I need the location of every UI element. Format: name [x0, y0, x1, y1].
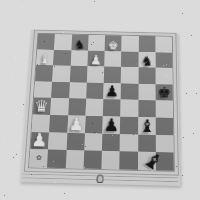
square-c6: [69, 66, 87, 83]
square-a8: [37, 34, 55, 50]
white-bishop-a7: ♝: [39, 52, 51, 65]
square-f4: [120, 100, 138, 117]
square-b3: [49, 115, 68, 133]
square-b2: [48, 132, 67, 150]
square-g1: ♝: [138, 152, 156, 170]
square-g8: [138, 36, 155, 52]
square-f7: [121, 51, 138, 67]
square-d5: [86, 82, 104, 99]
board-corner-logo-icon: ✿: [36, 155, 42, 162]
square-h8: [155, 36, 172, 52]
square-c8: ♞: [71, 34, 88, 50]
square-h7: [155, 52, 172, 68]
square-d2: [84, 133, 102, 151]
square-d6: [87, 66, 105, 83]
black-pawn-e5: ♟: [105, 84, 119, 100]
square-e8: ♚: [105, 35, 122, 51]
square-g7: ♞: [138, 52, 155, 68]
black-knight-g7: ♞: [141, 54, 153, 67]
square-a7: ♝: [36, 49, 54, 65]
square-a4: ♛: [33, 98, 51, 115]
square-e2: [102, 133, 120, 151]
square-b1: [47, 150, 66, 168]
square-d4: [85, 99, 103, 116]
black-knight-c8: ♞: [74, 38, 85, 50]
board-perspective-wrap: ♞♚♝♟♞♟♚♛♟♟♝♟✿♝: [10, 6, 190, 192]
black-pawn-e3: ♟: [103, 116, 119, 134]
square-b6: [52, 65, 70, 82]
square-c7: [70, 50, 88, 66]
chess-photo-scene: ♞♚♝♟♞♟♚♛♟♟♝♟✿♝: [0, 0, 200, 200]
white-pawn-c3: ♟: [68, 115, 84, 133]
square-h5: ♚: [155, 84, 172, 101]
white-pawn-d7: ♟: [90, 53, 102, 66]
square-f3: [120, 117, 138, 135]
square-e1: [101, 151, 119, 169]
black-bishop-g3: ♝: [139, 117, 155, 135]
square-c3: ♟: [67, 115, 85, 133]
square-e3: ♟: [102, 116, 120, 134]
square-c5: [69, 82, 87, 99]
square-c2: [66, 133, 85, 151]
chessboard: ♞♚♝♟♞♟♚♛♟♟♝♟✿♝: [20, 30, 180, 186]
square-b8: [54, 34, 72, 50]
square-e5: ♟: [103, 83, 121, 100]
board-edge-mark: [97, 175, 104, 184]
square-d1: [83, 151, 102, 169]
square-e6: [104, 67, 121, 84]
square-a1: ✿: [29, 149, 48, 167]
square-h3: [155, 117, 173, 135]
board-grid: ♞♚♝♟♞♟♚♛♟♟♝♟✿♝: [28, 33, 175, 172]
square-b4: [50, 98, 68, 115]
square-h4: [155, 101, 173, 118]
white-queen-a4: ♛: [34, 98, 49, 115]
square-d7: ♟: [87, 50, 104, 66]
square-b7: [53, 50, 71, 66]
square-c1: [65, 150, 84, 168]
square-d3: [85, 116, 103, 134]
white-pawn-a2: ♟: [31, 131, 48, 150]
white-king-e8: ♚: [108, 39, 119, 51]
square-g5: [138, 84, 155, 101]
square-a6: [35, 65, 53, 82]
square-a2: ♟: [30, 132, 49, 150]
square-f6: [121, 67, 138, 84]
square-g3: ♝: [138, 117, 156, 135]
black-king-h5: ♚: [157, 85, 171, 101]
square-f1: [120, 151, 138, 169]
square-e7: [104, 51, 121, 67]
square-g6: [138, 67, 155, 84]
square-b5: [51, 82, 69, 99]
square-h6: [155, 68, 172, 85]
square-d8: [88, 35, 105, 51]
square-f8: [121, 36, 138, 52]
square-f2: [120, 134, 138, 152]
square-f5: [121, 83, 138, 100]
